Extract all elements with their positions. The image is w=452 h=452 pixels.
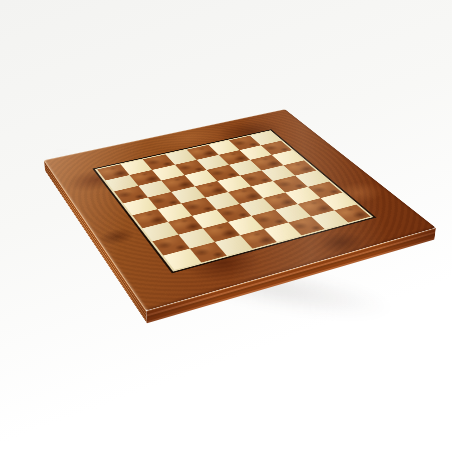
playing-field (97, 131, 370, 270)
field-inner-margin (95, 130, 374, 271)
photo-background (0, 0, 452, 452)
chess-board (44, 109, 436, 311)
board-frame (44, 109, 436, 311)
field-pinstripe-border (92, 129, 376, 273)
